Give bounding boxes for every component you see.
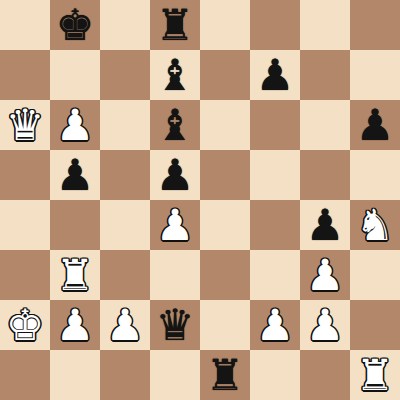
square-f7[interactable]: ♟ [250,50,300,100]
piece-black-queen[interactable]: ♛ [150,300,200,350]
square-e5[interactable] [200,150,250,200]
square-e4[interactable] [200,200,250,250]
square-b5[interactable]: ♟ [50,150,100,200]
piece-white-rook[interactable]: ♜ [350,350,400,400]
piece-white-pawn[interactable]: ♟ [100,300,150,350]
square-b8[interactable]: ♚ [50,0,100,50]
square-d5[interactable]: ♟ [150,150,200,200]
square-a7[interactable] [0,50,50,100]
square-a8[interactable] [0,0,50,50]
piece-black-pawn[interactable]: ♟ [50,150,100,200]
square-e3[interactable] [200,250,250,300]
square-e2[interactable] [200,300,250,350]
square-a4[interactable] [0,200,50,250]
square-f8[interactable] [250,0,300,50]
square-h3[interactable] [350,250,400,300]
piece-black-pawn[interactable]: ♟ [150,150,200,200]
square-g2[interactable]: ♟ [300,300,350,350]
square-a1[interactable] [0,350,50,400]
square-h2[interactable] [350,300,400,350]
square-e6[interactable] [200,100,250,150]
square-b6[interactable]: ♟ [50,100,100,150]
square-c2[interactable]: ♟ [100,300,150,350]
piece-white-rook[interactable]: ♜ [50,250,100,300]
square-b7[interactable] [50,50,100,100]
square-d8[interactable]: ♜ [150,0,200,50]
square-b4[interactable] [50,200,100,250]
square-h7[interactable] [350,50,400,100]
piece-white-queen[interactable]: ♛ [0,100,50,150]
square-a6[interactable]: ♛ [0,100,50,150]
square-d3[interactable] [150,250,200,300]
piece-white-pawn[interactable]: ♟ [300,300,350,350]
square-d2[interactable]: ♛ [150,300,200,350]
square-b2[interactable]: ♟ [50,300,100,350]
square-a5[interactable] [0,150,50,200]
piece-black-rook[interactable]: ♜ [150,0,200,50]
piece-white-pawn[interactable]: ♟ [50,300,100,350]
square-d1[interactable] [150,350,200,400]
square-f1[interactable] [250,350,300,400]
square-h5[interactable] [350,150,400,200]
square-a2[interactable]: ♚ [0,300,50,350]
piece-black-bishop[interactable]: ♝ [150,100,200,150]
piece-black-pawn[interactable]: ♟ [350,100,400,150]
square-e7[interactable] [200,50,250,100]
square-e8[interactable] [200,0,250,50]
square-c6[interactable] [100,100,150,150]
square-c3[interactable] [100,250,150,300]
square-h6[interactable]: ♟ [350,100,400,150]
square-g7[interactable] [300,50,350,100]
square-g4[interactable]: ♟ [300,200,350,250]
square-g1[interactable] [300,350,350,400]
piece-white-king[interactable]: ♚ [0,300,50,350]
square-e1[interactable]: ♜ [200,350,250,400]
square-f3[interactable] [250,250,300,300]
square-b3[interactable]: ♜ [50,250,100,300]
square-d4[interactable]: ♟ [150,200,200,250]
square-c1[interactable] [100,350,150,400]
piece-black-pawn[interactable]: ♟ [250,50,300,100]
piece-white-pawn[interactable]: ♟ [250,300,300,350]
piece-white-pawn[interactable]: ♟ [150,200,200,250]
square-h4[interactable]: ♞ [350,200,400,250]
square-f6[interactable] [250,100,300,150]
square-c8[interactable] [100,0,150,50]
piece-black-king[interactable]: ♚ [50,0,100,50]
chess-board: ♚♜♝♟♛♟♝♟♟♟♟♟♞♜♟♚♟♟♛♟♟♜♜ [0,0,400,400]
square-h8[interactable] [350,0,400,50]
piece-black-rook[interactable]: ♜ [200,350,250,400]
square-c7[interactable] [100,50,150,100]
square-g3[interactable]: ♟ [300,250,350,300]
piece-black-pawn[interactable]: ♟ [300,200,350,250]
square-g6[interactable] [300,100,350,150]
piece-white-pawn[interactable]: ♟ [300,250,350,300]
piece-black-bishop[interactable]: ♝ [150,50,200,100]
piece-white-pawn[interactable]: ♟ [50,100,100,150]
piece-white-knight[interactable]: ♞ [350,200,400,250]
square-c5[interactable] [100,150,150,200]
square-f4[interactable] [250,200,300,250]
square-c4[interactable] [100,200,150,250]
square-f5[interactable] [250,150,300,200]
square-d6[interactable]: ♝ [150,100,200,150]
square-b1[interactable] [50,350,100,400]
square-h1[interactable]: ♜ [350,350,400,400]
square-f2[interactable]: ♟ [250,300,300,350]
square-g8[interactable] [300,0,350,50]
square-a3[interactable] [0,250,50,300]
square-g5[interactable] [300,150,350,200]
square-d7[interactable]: ♝ [150,50,200,100]
